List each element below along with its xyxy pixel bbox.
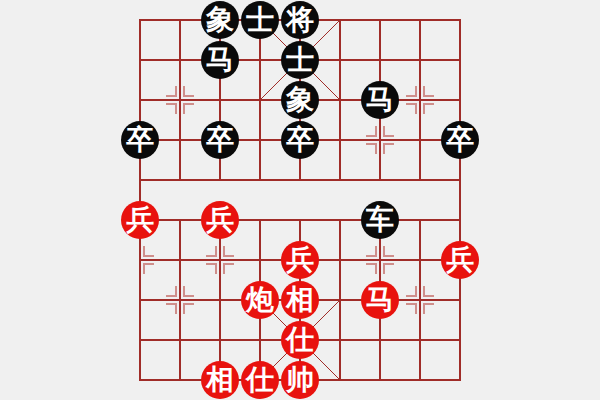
piece-black-elephant[interactable]: 象 [281, 81, 319, 119]
piece-black-soldier[interactable]: 卒 [121, 121, 159, 159]
piece-black-elephant[interactable]: 象 [201, 1, 239, 39]
piece-red-general[interactable]: 帅 [281, 361, 319, 399]
piece-black-soldier[interactable]: 卒 [201, 121, 239, 159]
piece-black-soldier[interactable]: 卒 [441, 121, 479, 159]
piece-red-soldier[interactable]: 兵 [121, 201, 159, 239]
piece-red-horse[interactable]: 马 [361, 281, 399, 319]
piece-red-soldier[interactable]: 兵 [201, 201, 239, 239]
piece-red-elephant[interactable]: 相 [281, 281, 319, 319]
piece-red-advisor[interactable]: 仕 [241, 361, 279, 399]
piece-black-general[interactable]: 将 [281, 1, 319, 39]
piece-black-advisor[interactable]: 士 [281, 41, 319, 79]
piece-red-elephant[interactable]: 相 [201, 361, 239, 399]
piece-red-advisor[interactable]: 仕 [281, 321, 319, 359]
piece-black-chariot[interactable]: 车 [361, 201, 399, 239]
piece-red-soldier[interactable]: 兵 [281, 241, 319, 279]
piece-black-horse[interactable]: 马 [361, 81, 399, 119]
piece-red-cannon[interactable]: 炮 [241, 281, 279, 319]
pieces-layer: 象士将马士象马卒卒卒卒车兵兵兵兵炮相马仕相仕帅 [0, 0, 600, 400]
piece-red-soldier[interactable]: 兵 [441, 241, 479, 279]
piece-black-horse[interactable]: 马 [201, 41, 239, 79]
piece-black-soldier[interactable]: 卒 [281, 121, 319, 159]
xiangqi-app: 象士将马士象马卒卒卒卒车兵兵兵兵炮相马仕相仕帅 [0, 0, 600, 400]
piece-black-advisor[interactable]: 士 [241, 1, 279, 39]
